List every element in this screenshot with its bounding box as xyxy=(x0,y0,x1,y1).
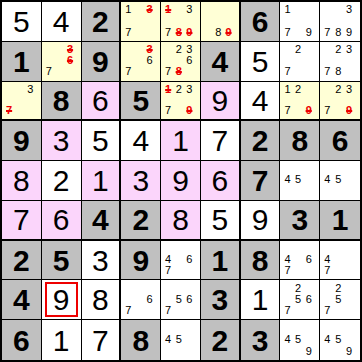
cell-r5c5[interactable]: 9 xyxy=(161,161,201,201)
solved-digit: 7 xyxy=(92,326,109,356)
cell-r8c5[interactable]: 567 xyxy=(161,280,201,320)
candidate-slot-empty xyxy=(324,282,335,293)
candidate-grid: 13789 xyxy=(161,2,200,41)
cell-r9c3[interactable]: 7 xyxy=(82,320,122,360)
candidate-7: 7 xyxy=(165,27,176,38)
candidate-grid: 179 xyxy=(280,2,319,41)
candidate-5: 5 xyxy=(176,334,187,346)
candidate-4: 4 xyxy=(284,174,295,185)
solved-digit: 6 xyxy=(211,166,228,196)
cell-r9c1[interactable]: 6 xyxy=(2,320,42,360)
candidate-grid: 467 xyxy=(161,241,200,280)
candidate-grid: 567 xyxy=(161,280,200,319)
cell-r7c7[interactable]: 8 xyxy=(241,241,281,281)
given-digit: 2 xyxy=(132,205,149,235)
cell-r6c7[interactable]: 9 xyxy=(241,201,281,241)
candidate-slot-empty xyxy=(176,105,187,116)
cell-r5c8[interactable]: 45 xyxy=(280,161,320,201)
candidate-9: 9 xyxy=(306,345,317,357)
cell-r9c2[interactable]: 1 xyxy=(42,320,82,360)
candidate-slot-empty xyxy=(335,243,346,254)
candidate-slot-empty xyxy=(176,15,187,26)
candidate-grid: 45 xyxy=(161,320,200,360)
cell-r1c2[interactable]: 4 xyxy=(42,2,82,42)
candidate-8: 8 xyxy=(215,27,225,38)
candidate-grid: 367 xyxy=(42,42,81,81)
cell-r4c6[interactable]: 7 xyxy=(201,121,241,161)
candidate-slot-empty xyxy=(295,66,306,77)
candidate-slot-empty xyxy=(335,322,346,334)
candidate-7-eliminated: 7 xyxy=(6,105,17,116)
candidate-slot-empty xyxy=(147,282,158,293)
solved-digit: 9 xyxy=(172,166,189,196)
candidate-3: 3 xyxy=(27,84,38,95)
candidate-slot-empty xyxy=(335,95,346,106)
given-digit: 6 xyxy=(13,326,30,356)
solved-digit: 5 xyxy=(211,205,228,235)
candidate-slot-empty xyxy=(136,66,147,77)
candidate-slot-empty xyxy=(335,15,346,26)
candidate-slot-empty xyxy=(17,84,28,95)
cell-r9c9[interactable]: 459 xyxy=(320,320,360,360)
cell-r5c7[interactable]: 7 xyxy=(241,161,281,201)
given-digit: 2 xyxy=(13,246,30,276)
candidate-slot-empty xyxy=(186,15,197,26)
candidate-slot-empty xyxy=(346,282,357,293)
candidate-slot-empty xyxy=(295,254,306,265)
candidate-slot-empty xyxy=(295,27,306,38)
candidate-1-eliminated: 1 xyxy=(165,4,176,15)
cell-r1c7[interactable]: 6 xyxy=(241,2,281,42)
solved-digit: 8 xyxy=(172,205,189,235)
cell-r4c5[interactable]: 1 xyxy=(161,121,201,161)
cell-r1c1[interactable]: 5 xyxy=(2,2,42,42)
candidate-slot-empty xyxy=(324,84,335,95)
candidate-slot-empty xyxy=(306,66,317,77)
candidate-slot-empty xyxy=(225,15,235,26)
candidate-slot-empty xyxy=(324,186,335,197)
cell-r3c8[interactable]: 1279 xyxy=(280,82,320,122)
candidate-slot-empty xyxy=(6,84,17,95)
given-digit: 1 xyxy=(332,205,349,235)
cell-r8c9[interactable]: 257 xyxy=(320,280,360,320)
cell-r3c7[interactable]: 4 xyxy=(241,82,281,122)
solved-digit: 4 xyxy=(252,86,269,116)
given-digit: 1 xyxy=(211,246,228,276)
cell-r4c2[interactable]: 3 xyxy=(42,121,82,161)
candidate-7: 7 xyxy=(125,27,136,38)
candidate-slot-empty xyxy=(295,345,306,357)
candidate-2: 2 xyxy=(176,84,187,95)
solved-digit: 8 xyxy=(92,285,109,315)
cell-r3c1[interactable]: 37 xyxy=(2,82,42,122)
candidate-6: 6 xyxy=(147,294,158,305)
candidate-grid: 459 xyxy=(280,320,319,360)
candidate-slot-empty xyxy=(186,305,197,316)
cell-r5c6[interactable]: 6 xyxy=(201,161,241,201)
cell-r7c3[interactable]: 3 xyxy=(82,241,122,281)
given-digit: 2 xyxy=(252,126,269,156)
candidate-slot-empty xyxy=(306,44,317,55)
candidate-3: 3 xyxy=(346,84,357,95)
candidate-5: 5 xyxy=(295,294,306,305)
candidate-2: 2 xyxy=(335,282,346,293)
candidate-slot-empty xyxy=(136,55,147,66)
candidate-slot-empty xyxy=(136,4,147,15)
cell-r8c3[interactable]: 8 xyxy=(82,280,122,320)
candidate-slot-empty xyxy=(27,95,38,106)
candidate-grid: 67 xyxy=(121,280,160,319)
candidate-slot-empty xyxy=(136,27,147,38)
candidate-slot-empty xyxy=(176,254,187,265)
candidate-slot-empty xyxy=(186,345,197,357)
cell-r2c3[interactable]: 9 xyxy=(82,42,122,82)
candidate-9-eliminated: 9 xyxy=(306,105,317,116)
candidate-slot-empty xyxy=(165,44,176,55)
candidate-6: 6 xyxy=(147,55,158,66)
cell-r5c3[interactable]: 1 xyxy=(82,161,122,201)
candidate-grid: 47 xyxy=(320,241,360,280)
solved-digit: 3 xyxy=(92,246,109,276)
candidate-7: 7 xyxy=(324,66,335,77)
cell-r7c5[interactable]: 467 xyxy=(161,241,201,281)
candidate-slot-empty xyxy=(306,322,317,334)
cell-r5c1[interactable]: 8 xyxy=(2,161,42,201)
candidate-7: 7 xyxy=(284,27,295,38)
candidate-slot-empty xyxy=(186,66,197,77)
candidate-slot-empty xyxy=(306,282,317,293)
cell-r6c3[interactable]: 4 xyxy=(82,201,122,241)
cell-r7c9[interactable]: 47 xyxy=(320,241,360,281)
given-digit: 8 xyxy=(252,246,269,276)
candidate-slot-empty xyxy=(346,186,357,197)
candidate-1: 1 xyxy=(125,4,136,15)
candidate-slot-empty xyxy=(176,322,187,334)
cell-r6c1[interactable]: 7 xyxy=(2,201,42,241)
candidate-slot-empty xyxy=(284,186,295,197)
candidate-slot-empty xyxy=(176,4,187,15)
candidate-slot-empty xyxy=(17,105,28,116)
candidate-1: 1 xyxy=(284,84,295,95)
cell-r1c9[interactable]: 3789 xyxy=(320,2,360,42)
candidate-slot-empty xyxy=(324,15,335,26)
candidate-1: 1 xyxy=(284,4,295,15)
given-digit: 5 xyxy=(53,246,70,276)
sudoku-board: 5421371378989617937891367936723678452723… xyxy=(0,0,362,362)
given-digit: 6 xyxy=(252,7,269,37)
cell-r1c4[interactable]: 137 xyxy=(121,2,161,42)
candidate-slot-empty xyxy=(295,265,306,276)
cell-r5c9[interactable]: 45 xyxy=(320,161,360,201)
candidate-3: 3 xyxy=(186,4,197,15)
cell-r3c4[interactable]: 5 xyxy=(121,82,161,122)
candidate-slot-empty xyxy=(125,44,136,55)
cell-r8c4[interactable]: 67 xyxy=(121,280,161,320)
candidate-9: 9 xyxy=(346,345,357,357)
cell-r7c2[interactable]: 5 xyxy=(42,241,82,281)
cell-r2c4[interactable]: 367 xyxy=(121,42,161,82)
candidate-grid: 2379 xyxy=(320,82,360,120)
candidate-slot-empty xyxy=(284,345,295,357)
given-digit: 2 xyxy=(211,326,228,356)
cell-r2c9[interactable]: 2378 xyxy=(320,42,360,82)
cell-r6c4[interactable]: 2 xyxy=(121,201,161,241)
cell-r9c8[interactable]: 459 xyxy=(280,320,320,360)
candidate-slot-empty xyxy=(284,282,295,293)
cell-r1c6[interactable]: 89 xyxy=(201,2,241,42)
candidate-slot-empty xyxy=(46,44,57,55)
candidate-slot-empty xyxy=(335,305,346,316)
given-digit: 7 xyxy=(252,166,269,196)
candidate-7: 7 xyxy=(284,66,295,77)
solved-digit: 7 xyxy=(211,126,228,156)
candidate-slot-empty xyxy=(335,265,346,276)
candidate-2: 2 xyxy=(295,44,306,55)
candidate-slot-empty xyxy=(324,44,335,55)
candidate-slot-empty xyxy=(306,265,317,276)
candidate-slot-empty xyxy=(306,55,317,66)
candidate-slot-empty xyxy=(17,95,28,106)
cell-r7c6[interactable]: 1 xyxy=(201,241,241,281)
candidate-1-eliminated: 1 xyxy=(165,84,176,95)
candidate-grid: 467 xyxy=(280,241,319,280)
candidate-grid: 459 xyxy=(320,320,360,360)
candidate-slot-empty xyxy=(346,174,357,185)
candidate-7: 7 xyxy=(165,265,176,276)
cell-r3c5[interactable]: 12379 xyxy=(161,82,201,122)
cell-r4c9[interactable]: 6 xyxy=(320,121,360,161)
cell-r8c8[interactable]: 2567 xyxy=(280,280,320,320)
candidate-7: 7 xyxy=(125,66,136,77)
cell-r4c1[interactable]: 9 xyxy=(2,121,42,161)
candidate-7: 7 xyxy=(324,305,335,316)
cell-r2c6[interactable]: 4 xyxy=(201,42,241,82)
candidate-5: 5 xyxy=(295,174,306,185)
candidate-slot-empty xyxy=(56,55,67,66)
candidate-slot-empty xyxy=(56,66,67,77)
solved-digit: 4 xyxy=(132,126,149,156)
candidate-slot-empty xyxy=(346,322,357,334)
candidate-slot-empty xyxy=(165,322,176,334)
candidate-slot-empty xyxy=(205,15,215,26)
candidate-slot-empty xyxy=(324,4,335,15)
cell-r6c6[interactable]: 5 xyxy=(201,201,241,241)
candidate-slot-empty xyxy=(295,15,306,26)
candidate-slot-empty xyxy=(205,4,215,15)
given-digit: 4 xyxy=(92,205,109,235)
cell-r8c7[interactable]: 1 xyxy=(241,280,281,320)
candidate-grid: 367 xyxy=(121,42,160,81)
candidate-slot-empty xyxy=(27,105,38,116)
candidate-8: 8 xyxy=(335,66,346,77)
candidate-slot-empty xyxy=(335,254,346,265)
cell-r2c5[interactable]: 23678 xyxy=(161,42,201,82)
cell-r3c3[interactable]: 6 xyxy=(82,82,122,122)
cell-r4c3[interactable]: 5 xyxy=(82,121,122,161)
cell-r1c3[interactable]: 2 xyxy=(82,2,122,42)
candidate-slot-empty xyxy=(295,186,306,197)
candidate-7: 7 xyxy=(284,265,295,276)
candidate-7: 7 xyxy=(284,105,295,116)
candidate-grid: 3789 xyxy=(320,2,360,41)
candidate-7: 7 xyxy=(165,105,176,116)
candidate-3: 3 xyxy=(186,84,197,95)
cell-r6c2[interactable]: 6 xyxy=(42,201,82,241)
cell-r9c5[interactable]: 45 xyxy=(161,320,201,360)
cell-r3c9[interactable]: 2379 xyxy=(320,82,360,122)
cell-r6c8[interactable]: 3 xyxy=(280,201,320,241)
solved-digit: 5 xyxy=(92,126,109,156)
candidate-6: 6 xyxy=(306,254,317,265)
candidate-slot-empty xyxy=(335,345,346,357)
candidate-5: 5 xyxy=(335,294,346,305)
candidate-4: 4 xyxy=(324,174,335,185)
cell-r7c8[interactable]: 467 xyxy=(280,241,320,281)
cell-r3c2[interactable]: 8 xyxy=(42,82,82,122)
candidate-slot-empty xyxy=(346,265,357,276)
candidate-slot-empty xyxy=(346,334,357,346)
candidate-2: 2 xyxy=(335,84,346,95)
candidate-slot-empty xyxy=(147,15,158,26)
cell-r4c8[interactable]: 8 xyxy=(280,121,320,161)
candidate-slot-empty xyxy=(324,322,335,334)
solved-digit: 9 xyxy=(211,86,228,116)
cell-r8c2[interactable]: 9 xyxy=(42,280,82,320)
candidate-grid: 45 xyxy=(320,161,360,200)
candidate-slot-empty xyxy=(295,95,306,106)
candidate-2: 2 xyxy=(295,282,306,293)
cell-r9c4[interactable]: 8 xyxy=(121,320,161,360)
solved-digit: 2 xyxy=(53,166,70,196)
given-digit: 8 xyxy=(53,86,70,116)
candidate-2: 2 xyxy=(335,44,346,55)
candidate-5: 5 xyxy=(335,174,346,185)
solved-digit: 4 xyxy=(53,7,70,37)
candidate-2: 2 xyxy=(295,84,306,95)
given-digit: 9 xyxy=(13,126,30,156)
candidate-slot-empty xyxy=(176,305,187,316)
candidate-4: 4 xyxy=(284,334,295,346)
solved-digit: 6 xyxy=(92,86,109,116)
candidate-7: 7 xyxy=(165,66,176,77)
candidate-3: 3 xyxy=(346,44,357,55)
candidate-slot-empty xyxy=(176,345,187,357)
candidate-slot-empty xyxy=(165,15,176,26)
candidate-slot-empty xyxy=(284,15,295,26)
cell-r3c6[interactable]: 9 xyxy=(201,82,241,122)
candidate-3: 3 xyxy=(346,4,357,15)
candidate-slot-empty xyxy=(186,322,197,334)
given-digit: 4 xyxy=(211,47,228,77)
cell-r8c6[interactable]: 3 xyxy=(201,280,241,320)
candidate-9: 9 xyxy=(346,27,357,38)
cell-r2c2[interactable]: 367 xyxy=(42,42,82,82)
candidate-7: 7 xyxy=(324,27,335,38)
candidate-grid: 137 xyxy=(121,2,160,41)
cell-r5c2[interactable]: 2 xyxy=(42,161,82,201)
candidate-8-eliminated: 8 xyxy=(176,66,187,77)
cell-r1c5[interactable]: 13789 xyxy=(161,2,201,42)
candidate-slot-empty xyxy=(306,15,317,26)
given-digit: 6 xyxy=(332,126,349,156)
candidate-7: 7 xyxy=(284,305,295,316)
cell-r9c6[interactable]: 2 xyxy=(201,320,241,360)
given-digit: 1 xyxy=(13,47,30,77)
candidate-slot-empty xyxy=(147,305,158,316)
candidate-7: 7 xyxy=(165,305,176,316)
solved-digit: 7 xyxy=(13,205,30,235)
candidate-slot-empty xyxy=(125,282,136,293)
candidate-slot-empty xyxy=(335,186,346,197)
candidate-slot-empty xyxy=(147,27,158,38)
solved-digit: 1 xyxy=(172,126,189,156)
candidate-slot-empty xyxy=(205,27,215,38)
given-digit: 3 xyxy=(252,326,269,356)
candidate-slot-empty xyxy=(136,294,147,305)
candidate-grid: 45 xyxy=(280,161,319,200)
candidate-8-eliminated: 8 xyxy=(176,27,187,38)
candidate-6: 6 xyxy=(186,294,197,305)
candidate-slot-empty xyxy=(324,345,335,357)
cell-r2c1[interactable]: 1 xyxy=(2,42,42,82)
cell-r4c7[interactable]: 2 xyxy=(241,121,281,161)
cell-r8c1[interactable]: 4 xyxy=(2,280,42,320)
candidate-7: 7 xyxy=(324,265,335,276)
candidate-9: 9 xyxy=(306,27,317,38)
candidate-slot-empty xyxy=(176,282,187,293)
cell-r6c5[interactable]: 8 xyxy=(161,201,201,241)
cell-r2c8[interactable]: 27 xyxy=(280,42,320,82)
cell-r9c7[interactable]: 3 xyxy=(241,320,281,360)
cell-r5c4[interactable]: 3 xyxy=(121,161,161,201)
solved-digit: 1 xyxy=(252,285,269,315)
solved-digit: 8 xyxy=(13,166,30,196)
candidate-slot-empty xyxy=(284,44,295,55)
candidate-grid: 12379 xyxy=(161,82,200,120)
candidate-slot-empty xyxy=(335,105,346,116)
candidate-6: 6 xyxy=(306,294,317,305)
given-digit: 5 xyxy=(132,86,149,116)
given-digit: 4 xyxy=(13,285,30,315)
cell-r4c4[interactable]: 4 xyxy=(121,121,161,161)
candidate-slot-empty xyxy=(295,4,306,15)
candidate-4: 4 xyxy=(165,334,176,346)
candidate-slot-empty xyxy=(225,4,235,15)
candidate-slot-empty xyxy=(295,55,306,66)
candidate-slot-empty xyxy=(67,66,78,77)
candidate-slot-empty xyxy=(136,305,147,316)
given-digit: 2 xyxy=(92,7,109,37)
candidate-slot-empty xyxy=(295,305,306,316)
cell-r2c7[interactable]: 5 xyxy=(241,42,281,82)
cell-r7c4[interactable]: 9 xyxy=(121,241,161,281)
candidate-slot-empty xyxy=(136,15,147,26)
cell-r7c1[interactable]: 2 xyxy=(2,241,42,281)
cell-r1c8[interactable]: 179 xyxy=(280,2,320,42)
solved-digit: 1 xyxy=(92,166,109,196)
candidate-7: 7 xyxy=(125,305,136,316)
candidate-slot-empty xyxy=(284,322,295,334)
candidate-slot-empty xyxy=(295,322,306,334)
candidate-5: 5 xyxy=(335,334,346,346)
solved-digit: 3 xyxy=(53,126,70,156)
candidate-2: 2 xyxy=(176,44,187,55)
candidate-grid: 257 xyxy=(320,280,360,319)
cell-r6c9[interactable]: 1 xyxy=(320,201,360,241)
candidate-slot-empty xyxy=(346,55,357,66)
candidate-slot-empty xyxy=(215,4,225,15)
candidate-slot-empty xyxy=(176,95,187,106)
